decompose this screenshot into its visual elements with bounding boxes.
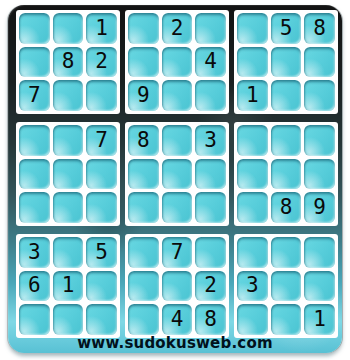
cell-r3c3[interactable] (86, 80, 117, 111)
cell-r6c5[interactable] (162, 192, 193, 223)
cell-r3c7[interactable]: 1 (237, 80, 268, 111)
cell-r2c4[interactable] (128, 47, 159, 78)
cell-r5c8[interactable] (271, 159, 302, 190)
cell-r8c3[interactable] (86, 271, 117, 302)
cell-r2c7[interactable] (237, 47, 268, 78)
sudoku-box-3-1: 3561 (16, 234, 120, 338)
cell-r9c7[interactable] (237, 304, 268, 335)
cell-r5c5[interactable] (162, 159, 193, 190)
cell-r9c2[interactable] (53, 304, 84, 335)
cell-r6c8[interactable]: 8 (271, 192, 302, 223)
cell-r8c6[interactable]: 2 (195, 271, 226, 302)
cell-r6c7[interactable] (237, 192, 268, 223)
cell-r7c5[interactable]: 7 (162, 237, 193, 268)
cell-r4c1[interactable] (19, 125, 50, 156)
cell-r4c2[interactable] (53, 125, 84, 156)
cell-r9c4[interactable] (128, 304, 159, 335)
cell-r1c1[interactable] (19, 13, 50, 44)
cell-r3c9[interactable] (304, 80, 335, 111)
cell-r6c4[interactable] (128, 192, 159, 223)
cell-r8c1[interactable]: 6 (19, 271, 50, 302)
cell-r2c2[interactable]: 8 (53, 47, 84, 78)
cell-r9c1[interactable] (19, 304, 50, 335)
cell-r8c5[interactable] (162, 271, 193, 302)
cell-r8c7[interactable]: 3 (237, 271, 268, 302)
sudoku-box-2-1: 7 (16, 122, 120, 226)
cell-r5c1[interactable] (19, 159, 50, 190)
cell-r7c4[interactable] (128, 237, 159, 268)
cell-r5c2[interactable] (53, 159, 84, 190)
cell-r1c2[interactable] (53, 13, 84, 44)
cell-r2c5[interactable] (162, 47, 193, 78)
sudoku-grid: 1827249581783893561724831 (16, 10, 338, 338)
sudoku-box-3-2: 7248 (125, 234, 229, 338)
cell-r1c8[interactable]: 5 (271, 13, 302, 44)
cell-r5c9[interactable] (304, 159, 335, 190)
cell-r2c9[interactable] (304, 47, 335, 78)
cell-r3c1[interactable]: 7 (19, 80, 50, 111)
cell-r9c8[interactable] (271, 304, 302, 335)
cell-r5c7[interactable] (237, 159, 268, 190)
cell-r8c2[interactable]: 1 (53, 271, 84, 302)
cell-r7c8[interactable] (271, 237, 302, 268)
site-link[interactable]: www.sudokusweb.com (8, 335, 342, 352)
cell-r3c8[interactable] (271, 80, 302, 111)
cell-r5c4[interactable] (128, 159, 159, 190)
cell-r2c8[interactable] (271, 47, 302, 78)
cell-r1c7[interactable] (237, 13, 268, 44)
cell-r6c9[interactable]: 9 (304, 192, 335, 223)
cell-r1c4[interactable] (128, 13, 159, 44)
cell-r9c3[interactable] (86, 304, 117, 335)
cell-r5c6[interactable] (195, 159, 226, 190)
cell-r1c5[interactable]: 2 (162, 13, 193, 44)
sudoku-box-1-2: 249 (125, 10, 229, 114)
cell-r6c2[interactable] (53, 192, 84, 223)
cell-r7c3[interactable]: 5 (86, 237, 117, 268)
cell-r8c9[interactable] (304, 271, 335, 302)
cell-r3c6[interactable] (195, 80, 226, 111)
cell-r4c8[interactable] (271, 125, 302, 156)
sudoku-board-frame: 1827249581783893561724831 www.sudokusweb… (8, 5, 342, 353)
cell-r1c9[interactable]: 8 (304, 13, 335, 44)
cell-r1c6[interactable] (195, 13, 226, 44)
cell-r3c4[interactable]: 9 (128, 80, 159, 111)
cell-r6c1[interactable] (19, 192, 50, 223)
cell-r7c6[interactable] (195, 237, 226, 268)
sudoku-box-1-1: 1827 (16, 10, 120, 114)
cell-r7c1[interactable]: 3 (19, 237, 50, 268)
cell-r9c9[interactable]: 1 (304, 304, 335, 335)
cell-r3c5[interactable] (162, 80, 193, 111)
cell-r9c5[interactable]: 4 (162, 304, 193, 335)
cell-r4c7[interactable] (237, 125, 268, 156)
sudoku-box-2-2: 83 (125, 122, 229, 226)
cell-r6c3[interactable] (86, 192, 117, 223)
cell-r2c3[interactable]: 2 (86, 47, 117, 78)
cell-r1c3[interactable]: 1 (86, 13, 117, 44)
cell-r8c4[interactable] (128, 271, 159, 302)
cell-r7c7[interactable] (237, 237, 268, 268)
cell-r4c5[interactable] (162, 125, 193, 156)
cell-r9c6[interactable]: 8 (195, 304, 226, 335)
cell-r7c2[interactable] (53, 237, 84, 268)
cell-r3c2[interactable] (53, 80, 84, 111)
cell-r6c6[interactable] (195, 192, 226, 223)
cell-r2c6[interactable]: 4 (195, 47, 226, 78)
sudoku-box-3-3: 31 (234, 234, 338, 338)
cell-r2c1[interactable] (19, 47, 50, 78)
cell-r4c6[interactable]: 3 (195, 125, 226, 156)
sudoku-box-2-3: 89 (234, 122, 338, 226)
cell-r4c3[interactable]: 7 (86, 125, 117, 156)
cell-r7c9[interactable] (304, 237, 335, 268)
cell-r8c8[interactable] (271, 271, 302, 302)
cell-r4c4[interactable]: 8 (128, 125, 159, 156)
cell-r5c3[interactable] (86, 159, 117, 190)
cell-r4c9[interactable] (304, 125, 335, 156)
sudoku-box-1-3: 581 (234, 10, 338, 114)
